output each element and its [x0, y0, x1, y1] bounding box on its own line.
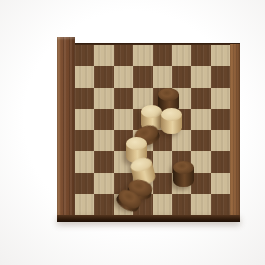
piece-top: [158, 88, 179, 101]
pieces-layer: [0, 0, 265, 265]
checker-piece-light[interactable]: [161, 108, 182, 134]
checker-piece-dark[interactable]: [173, 161, 194, 187]
piece-top: [161, 108, 182, 121]
piece-top: [141, 105, 162, 118]
piece-top: [126, 137, 147, 150]
photo-canvas: [0, 0, 265, 265]
piece-top: [173, 161, 194, 174]
